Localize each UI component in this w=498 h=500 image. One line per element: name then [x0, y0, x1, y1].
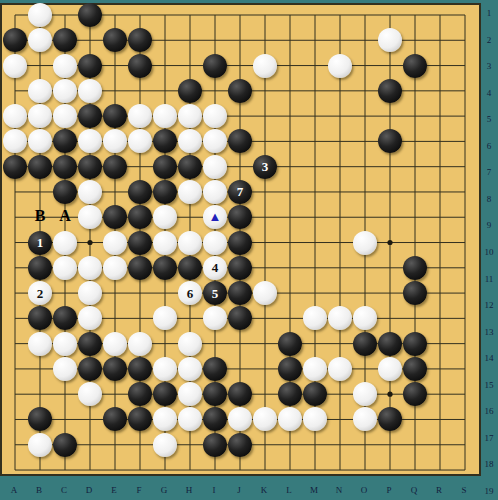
- move-number-label: 3: [262, 160, 269, 173]
- white-stone-O10: [353, 231, 377, 255]
- black-stone-I12: 5: [203, 281, 227, 305]
- coordinate-label-col-H: H: [186, 485, 193, 495]
- coordinate-label-col-E: E: [111, 485, 117, 495]
- black-stone-F15: [128, 357, 152, 381]
- black-stone-E5: [103, 104, 127, 128]
- black-stone-Q16: [403, 382, 427, 406]
- coordinate-label-row-10: 10: [485, 247, 494, 257]
- coordinate-label-col-A: A: [11, 485, 18, 495]
- white-stone-A3: [3, 54, 27, 78]
- white-stone-H12: 6: [178, 281, 202, 305]
- coordinate-label-col-S: S: [461, 485, 466, 495]
- move-number-label: 2: [37, 287, 44, 300]
- coordinate-label-col-B: B: [36, 485, 42, 495]
- black-stone-G11: [153, 256, 177, 280]
- black-stone-I15: [203, 357, 227, 381]
- black-stone-D5: [78, 104, 102, 128]
- coordinate-label-col-G: G: [161, 485, 168, 495]
- white-stone-C11: [53, 256, 77, 280]
- coordinate-label-col-C: C: [61, 485, 67, 495]
- white-stone-E10: [103, 231, 127, 255]
- white-stone-D11: [78, 256, 102, 280]
- black-stone-I16: [203, 382, 227, 406]
- black-stone-J16: [228, 382, 252, 406]
- white-stone-G5: [153, 104, 177, 128]
- white-stone-C5: [53, 104, 77, 128]
- white-stone-G15: [153, 357, 177, 381]
- black-stone-C18: [53, 433, 77, 457]
- white-stone-F14: [128, 332, 152, 356]
- black-stone-I3: [203, 54, 227, 78]
- black-stone-J18: [228, 433, 252, 457]
- white-stone-C10: [53, 231, 77, 255]
- white-stone-B18: [28, 433, 52, 457]
- black-stone-C8: [53, 180, 77, 204]
- black-stone-P4: [378, 79, 402, 103]
- black-stone-E7: [103, 155, 127, 179]
- white-stone-C15: [53, 357, 77, 381]
- black-stone-O14: [353, 332, 377, 356]
- black-stone-L15: [278, 357, 302, 381]
- triangle-marker-icon: ▲: [209, 210, 222, 223]
- black-stone-H7: [178, 155, 202, 179]
- black-stone-H11: [178, 256, 202, 280]
- black-stone-L14: [278, 332, 302, 356]
- coordinate-label-row-18: 18: [485, 459, 494, 469]
- white-stone-D12: [78, 281, 102, 305]
- coordinate-label-col-O: O: [361, 485, 368, 495]
- coordinate-label-row-15: 15: [485, 380, 494, 390]
- coordinate-label-row-14: 14: [485, 353, 494, 363]
- coordinate-label-row-5: 5: [487, 114, 492, 124]
- black-stone-D15: [78, 357, 102, 381]
- white-stone-B14: [28, 332, 52, 356]
- black-stone-G8: [153, 180, 177, 204]
- white-stone-I7: [203, 155, 227, 179]
- white-stone-B4: [28, 79, 52, 103]
- coordinate-label-row-11: 11: [485, 274, 494, 284]
- coordinate-label-col-M: M: [310, 485, 318, 495]
- white-stone-G18: [153, 433, 177, 457]
- black-stone-C7: [53, 155, 77, 179]
- white-stone-N3: [328, 54, 352, 78]
- white-stone-C14: [53, 332, 77, 356]
- coordinate-label-row-2: 2: [487, 35, 492, 45]
- white-stone-I8: [203, 180, 227, 204]
- move-number-label: 4: [212, 261, 219, 274]
- white-stone-H15: [178, 357, 202, 381]
- white-stone-P15: [378, 357, 402, 381]
- coordinate-label-row-17: 17: [485, 433, 494, 443]
- white-stone-E11: [103, 256, 127, 280]
- black-stone-F8: [128, 180, 152, 204]
- coordinate-label-row-9: 9: [487, 220, 492, 230]
- black-stone-B7: [28, 155, 52, 179]
- black-stone-B11: [28, 256, 52, 280]
- move-number-label: 1: [37, 236, 44, 249]
- white-stone-H5: [178, 104, 202, 128]
- white-stone-E14: [103, 332, 127, 356]
- coordinate-label-col-F: F: [136, 485, 141, 495]
- white-stone-I10: [203, 231, 227, 255]
- black-stone-Q3: [403, 54, 427, 78]
- letter-annotation-B: B: [28, 204, 52, 228]
- coordinate-label-col-R: R: [436, 485, 442, 495]
- black-stone-J10: [228, 231, 252, 255]
- black-stone-D3: [78, 54, 102, 78]
- white-stone-K12: [253, 281, 277, 305]
- coordinate-label-col-L: L: [286, 485, 292, 495]
- coordinate-label-row-8: 8: [487, 194, 492, 204]
- white-stone-O16: [353, 382, 377, 406]
- coordinate-label-row-7: 7: [487, 167, 492, 177]
- move-number-label: 5: [212, 287, 219, 300]
- coordinate-label-col-D: D: [86, 485, 93, 495]
- black-stone-P14: [378, 332, 402, 356]
- coordinate-label-col-K: K: [261, 485, 268, 495]
- white-stone-H14: [178, 332, 202, 356]
- move-number-label: 6: [187, 287, 194, 300]
- black-stone-D14: [78, 332, 102, 356]
- white-stone-C3: [53, 54, 77, 78]
- white-stone-H8: [178, 180, 202, 204]
- coordinate-label-row-16: 16: [485, 406, 494, 416]
- white-stone-I5: [203, 104, 227, 128]
- black-stone-L16: [278, 382, 302, 406]
- white-stone-H16: [178, 382, 202, 406]
- black-stone-H4: [178, 79, 202, 103]
- white-stone-N15: [328, 357, 352, 381]
- white-stone-G10: [153, 231, 177, 255]
- coordinate-label-col-I: I: [213, 485, 216, 495]
- white-stone-B5: [28, 104, 52, 128]
- coordinate-label-row-6: 6: [487, 141, 492, 151]
- black-stone-F11: [128, 256, 152, 280]
- black-stone-Q11: [403, 256, 427, 280]
- white-stone-B1: [28, 3, 52, 27]
- coordinate-label-row-1: 1: [487, 8, 492, 18]
- black-stone-J4: [228, 79, 252, 103]
- white-stone-H10: [178, 231, 202, 255]
- black-stone-J11: [228, 256, 252, 280]
- coordinate-label-row-12: 12: [485, 300, 494, 310]
- white-stone-F5: [128, 104, 152, 128]
- coordinate-label-col-P: P: [386, 485, 391, 495]
- white-stone-M15: [303, 357, 327, 381]
- coordinate-label-row-4: 4: [487, 88, 492, 98]
- black-stone-I18: [203, 433, 227, 457]
- black-stone-Q14: [403, 332, 427, 356]
- black-stone-Q12: [403, 281, 427, 305]
- black-stone-B10: 1: [28, 231, 52, 255]
- coordinate-label-row-19: 19: [485, 486, 494, 496]
- black-stone-Q15: [403, 357, 427, 381]
- coordinate-label-row-3: 3: [487, 61, 492, 71]
- letter-annotation-A: A: [53, 204, 77, 228]
- black-stone-G7: [153, 155, 177, 179]
- white-stone-K3: [253, 54, 277, 78]
- black-stone-A7: [3, 155, 27, 179]
- white-stone-D16: [78, 382, 102, 406]
- black-stone-K7: 3: [253, 155, 277, 179]
- white-stone-A5: [3, 104, 27, 128]
- black-stone-D7: [78, 155, 102, 179]
- coordinate-label-col-Q: Q: [411, 485, 418, 495]
- coordinate-label-col-N: N: [336, 485, 343, 495]
- black-stone-F16: [128, 382, 152, 406]
- black-stone-G16: [153, 382, 177, 406]
- black-stone-D1: [78, 3, 102, 27]
- white-stone-D8: [78, 180, 102, 204]
- white-stone-D4: [78, 79, 102, 103]
- black-stone-E15: [103, 357, 127, 381]
- black-stone-J8: 7: [228, 180, 252, 204]
- black-stone-M16: [303, 382, 327, 406]
- coordinate-label-row-13: 13: [485, 327, 494, 337]
- move-number-label: 7: [237, 185, 244, 198]
- black-stone-F3: [128, 54, 152, 78]
- white-stone-C4: [53, 79, 77, 103]
- white-stone-I11: 4: [203, 256, 227, 280]
- go-board[interactable]: 37▲14265BA: [0, 3, 481, 476]
- black-stone-F10: [128, 231, 152, 255]
- white-stone-B12: 2: [28, 281, 52, 305]
- coordinate-label-col-J: J: [237, 485, 241, 495]
- black-stone-J12: [228, 281, 252, 305]
